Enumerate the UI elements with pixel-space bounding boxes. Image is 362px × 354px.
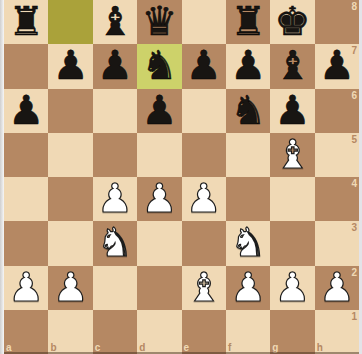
square-d1[interactable]: d <box>137 310 181 354</box>
white-knight-piece[interactable]: ♞ <box>230 222 266 262</box>
square-e1[interactable]: e <box>182 310 226 354</box>
square-a5[interactable] <box>4 133 48 177</box>
white-pawn-piece[interactable]: ♟ <box>53 267 89 307</box>
square-g4[interactable] <box>270 177 314 221</box>
square-d7[interactable]: ♞ <box>137 44 181 88</box>
square-g3[interactable] <box>270 221 314 265</box>
square-g7[interactable]: ♝ <box>270 44 314 88</box>
square-b6[interactable] <box>48 89 92 133</box>
white-pawn-piece[interactable]: ♟ <box>186 178 222 218</box>
black-bishop-piece[interactable]: ♝ <box>97 1 133 41</box>
square-f7[interactable]: ♟ <box>226 44 270 88</box>
square-h4[interactable]: 4 <box>315 177 359 221</box>
square-a1[interactable]: a <box>4 310 48 354</box>
rank-label-1: 1 <box>351 312 357 322</box>
white-pawn-piece[interactable]: ♟ <box>319 267 355 307</box>
black-knight-piece[interactable]: ♞ <box>141 45 177 85</box>
square-e7[interactable]: ♟ <box>182 44 226 88</box>
square-h7[interactable]: 7♟ <box>315 44 359 88</box>
square-b8[interactable] <box>48 0 92 44</box>
square-c6[interactable] <box>93 89 137 133</box>
square-e3[interactable] <box>182 221 226 265</box>
black-pawn-piece[interactable]: ♟ <box>319 45 355 85</box>
rank-label-5: 5 <box>351 135 357 145</box>
square-h5[interactable]: 5 <box>315 133 359 177</box>
square-d4[interactable]: ♟ <box>137 177 181 221</box>
square-b2[interactable]: ♟ <box>48 266 92 310</box>
square-f1[interactable]: f <box>226 310 270 354</box>
square-e2[interactable]: ♝ <box>182 266 226 310</box>
square-b1[interactable]: b <box>48 310 92 354</box>
black-queen-piece[interactable]: ♛ <box>141 1 177 41</box>
file-label-c: c <box>95 343 101 353</box>
square-g5[interactable]: ♝ <box>270 133 314 177</box>
square-b4[interactable] <box>48 177 92 221</box>
file-label-g: g <box>272 343 278 353</box>
white-knight-piece[interactable]: ♞ <box>97 222 133 262</box>
square-d2[interactable] <box>137 266 181 310</box>
square-h3[interactable]: 3 <box>315 221 359 265</box>
square-c8[interactable]: ♝ <box>93 0 137 44</box>
square-a6[interactable]: ♟ <box>4 89 48 133</box>
rank-label-8: 8 <box>351 2 357 12</box>
file-label-b: b <box>50 343 56 353</box>
square-b7[interactable]: ♟ <box>48 44 92 88</box>
square-c2[interactable] <box>93 266 137 310</box>
square-f8[interactable]: ♜ <box>226 0 270 44</box>
square-e8[interactable] <box>182 0 226 44</box>
square-g1[interactable]: g <box>270 310 314 354</box>
square-c7[interactable]: ♟ <box>93 44 137 88</box>
square-e5[interactable] <box>182 133 226 177</box>
square-c3[interactable]: ♞ <box>93 221 137 265</box>
square-d3[interactable] <box>137 221 181 265</box>
file-label-e: e <box>184 343 190 353</box>
rank-label-3: 3 <box>351 223 357 233</box>
white-pawn-piece[interactable]: ♟ <box>275 267 311 307</box>
black-pawn-piece[interactable]: ♟ <box>230 45 266 85</box>
rank-label-6: 6 <box>351 91 357 101</box>
square-g2[interactable]: ♟ <box>270 266 314 310</box>
white-bishop-piece[interactable]: ♝ <box>186 267 222 307</box>
square-a7[interactable] <box>4 44 48 88</box>
square-c1[interactable]: c <box>93 310 137 354</box>
black-rook-piece[interactable]: ♜ <box>230 1 266 41</box>
chess-board: ♜♝♛♜♚8♟♟♞♟♟♝7♟♟♟♞♟6♝5♟♟♟4♞♞3♟♟♝♟♟2♟abcde… <box>4 0 359 354</box>
file-label-f: f <box>228 343 231 353</box>
square-e4[interactable]: ♟ <box>182 177 226 221</box>
black-pawn-piece[interactable]: ♟ <box>8 90 44 130</box>
chess-board-page: ♜♝♛♜♚8♟♟♞♟♟♝7♟♟♟♞♟6♝5♟♟♟4♞♞3♟♟♝♟♟2♟abcde… <box>0 0 362 354</box>
square-g6[interactable]: ♟ <box>270 89 314 133</box>
file-label-a: a <box>6 343 12 353</box>
square-b3[interactable] <box>48 221 92 265</box>
square-f6[interactable]: ♞ <box>226 89 270 133</box>
white-pawn-piece[interactable]: ♟ <box>230 267 266 307</box>
square-g8[interactable]: ♚ <box>270 0 314 44</box>
square-a2[interactable]: ♟ <box>4 266 48 310</box>
black-bishop-piece[interactable]: ♝ <box>275 45 311 85</box>
square-h8[interactable]: 8 <box>315 0 359 44</box>
square-f3[interactable]: ♞ <box>226 221 270 265</box>
square-f5[interactable] <box>226 133 270 177</box>
square-a4[interactable] <box>4 177 48 221</box>
square-h2[interactable]: 2♟ <box>315 266 359 310</box>
black-pawn-piece[interactable]: ♟ <box>141 90 177 130</box>
square-h6[interactable]: 6 <box>315 89 359 133</box>
square-a3[interactable] <box>4 221 48 265</box>
white-pawn-piece[interactable]: ♟ <box>97 178 133 218</box>
black-pawn-piece[interactable]: ♟ <box>186 45 222 85</box>
black-king-piece[interactable]: ♚ <box>275 1 311 41</box>
square-h1[interactable]: 1h <box>315 310 359 354</box>
file-label-d: d <box>139 343 145 353</box>
square-f4[interactable] <box>226 177 270 221</box>
square-e6[interactable] <box>182 89 226 133</box>
black-pawn-piece[interactable]: ♟ <box>97 45 133 85</box>
black-rook-piece[interactable]: ♜ <box>8 1 44 41</box>
square-a8[interactable]: ♜ <box>4 0 48 44</box>
black-pawn-piece[interactable]: ♟ <box>275 90 311 130</box>
black-pawn-piece[interactable]: ♟ <box>53 45 89 85</box>
white-pawn-piece[interactable]: ♟ <box>141 178 177 218</box>
square-f2[interactable]: ♟ <box>226 266 270 310</box>
black-knight-piece[interactable]: ♞ <box>230 90 266 130</box>
square-d8[interactable]: ♛ <box>137 0 181 44</box>
white-pawn-piece[interactable]: ♟ <box>8 267 44 307</box>
square-d6[interactable]: ♟ <box>137 89 181 133</box>
square-b5[interactable] <box>48 133 92 177</box>
file-label-h: h <box>317 343 323 353</box>
white-bishop-piece[interactable]: ♝ <box>275 134 311 174</box>
square-c4[interactable]: ♟ <box>93 177 137 221</box>
square-c5[interactable] <box>93 133 137 177</box>
rank-label-4: 4 <box>351 179 357 189</box>
square-d5[interactable] <box>137 133 181 177</box>
